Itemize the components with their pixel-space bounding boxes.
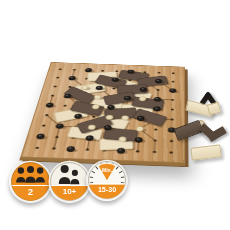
duration-value: 15-30	[98, 186, 116, 194]
players-badge: 2	[9, 160, 52, 203]
duration-unit: Min.	[102, 167, 113, 173]
duration-badge: Min. 15-30	[86, 159, 128, 201]
players-count: 2	[28, 186, 33, 197]
age-badge: 10+	[48, 160, 91, 203]
product-photo: 2 10+ Min.	[0, 0, 230, 230]
age-value: 10+	[63, 187, 77, 196]
info-badges: 2 10+ Min.	[0, 0, 230, 230]
